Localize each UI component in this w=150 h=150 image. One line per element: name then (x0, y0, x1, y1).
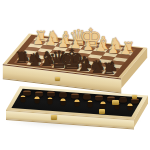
pieces-layer: ♜♞♝♛♚♝♞♜♟♟♟♟♟♟♟♟♟♟♟♟♟♟♟♟♜♞♝♛♚♝♞♜ (0, 0, 150, 150)
chess-set-photo: ♜♞♝♛♚♝♞♜♟♟♟♟♟♟♟♟♟♟♟♟♟♟♟♟♜♞♝♛♚♝♞♜ (0, 0, 150, 150)
piece-black-rook: ♜ (102, 61, 116, 77)
piece-white-pawn: ♟ (33, 34, 44, 46)
piece-white-pawn: ♟ (120, 45, 131, 57)
piece-white-pawn: ♟ (95, 42, 106, 54)
piece-white-pawn: ♟ (108, 43, 119, 55)
piece-white-pawn: ♟ (83, 40, 94, 52)
